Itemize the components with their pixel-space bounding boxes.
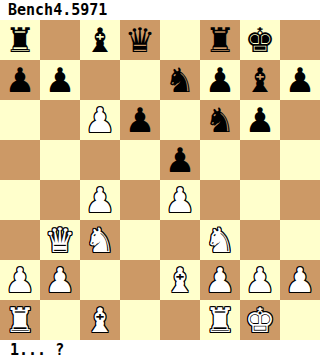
square-h1[interactable] (280, 300, 320, 340)
square-b2[interactable]: ♟ (40, 260, 80, 300)
square-e5[interactable]: ♟ (160, 140, 200, 180)
piece-black-P-e5: ♟ (160, 140, 200, 180)
square-c7[interactable] (80, 60, 120, 100)
piece-black-P-a7: ♟ (0, 60, 40, 100)
square-e1[interactable] (160, 300, 200, 340)
square-b6[interactable] (40, 100, 80, 140)
piece-black-P-g6: ♟ (240, 100, 280, 140)
piece-white-B-e2: ♝ (160, 260, 200, 300)
square-f4[interactable] (200, 180, 240, 220)
piece-black-Q-d8: ♛ (120, 20, 160, 60)
square-c4[interactable]: ♟ (80, 180, 120, 220)
square-a1[interactable]: ♜ (0, 300, 40, 340)
square-g7[interactable]: ♝ (240, 60, 280, 100)
square-e7[interactable]: ♞ (160, 60, 200, 100)
piece-white-Q-b3: ♛ (40, 220, 80, 260)
piece-white-P-a2: ♟ (0, 260, 40, 300)
square-h6[interactable] (280, 100, 320, 140)
square-d2[interactable] (120, 260, 160, 300)
square-f5[interactable] (200, 140, 240, 180)
square-g8[interactable]: ♚ (240, 20, 280, 60)
piece-black-K-g8: ♚ (240, 20, 280, 60)
square-a5[interactable] (0, 140, 40, 180)
piece-white-N-c3: ♞ (80, 220, 120, 260)
square-a3[interactable] (0, 220, 40, 260)
square-b7[interactable]: ♟ (40, 60, 80, 100)
square-c8[interactable]: ♝ (80, 20, 120, 60)
square-a2[interactable]: ♟ (0, 260, 40, 300)
piece-white-P-b2: ♟ (40, 260, 80, 300)
piece-black-N-e7: ♞ (160, 60, 200, 100)
square-f1[interactable]: ♜ (200, 300, 240, 340)
square-c2[interactable] (80, 260, 120, 300)
piece-black-P-h7: ♟ (280, 60, 320, 100)
square-d6[interactable]: ♟ (120, 100, 160, 140)
piece-white-P-c4: ♟ (80, 180, 120, 220)
square-f2[interactable]: ♟ (200, 260, 240, 300)
square-f8[interactable]: ♜ (200, 20, 240, 60)
square-c6[interactable]: ♟ (80, 100, 120, 140)
square-h7[interactable]: ♟ (280, 60, 320, 100)
square-e2[interactable]: ♝ (160, 260, 200, 300)
square-f7[interactable]: ♟ (200, 60, 240, 100)
chess-diagram-window: Bench4.5971 ♜♝♛♜♚♟♟♞♟♝♟♟♟♞♟♟♟♟♛♞♞♟♟♝♟♟♟♜… (0, 0, 320, 360)
piece-white-R-f1: ♜ (200, 300, 240, 340)
square-h3[interactable] (280, 220, 320, 260)
move-prompt: 1... ? (0, 340, 320, 360)
piece-white-P-h2: ♟ (280, 260, 320, 300)
piece-white-R-a1: ♜ (0, 300, 40, 340)
square-h2[interactable]: ♟ (280, 260, 320, 300)
chess-board: ♜♝♛♜♚♟♟♞♟♝♟♟♟♞♟♟♟♟♛♞♞♟♟♝♟♟♟♜♝♜♚ (0, 20, 320, 340)
square-b3[interactable]: ♛ (40, 220, 80, 260)
square-d7[interactable] (120, 60, 160, 100)
square-g6[interactable]: ♟ (240, 100, 280, 140)
piece-black-P-b7: ♟ (40, 60, 80, 100)
piece-white-N-f3: ♞ (200, 220, 240, 260)
piece-white-B-c1: ♝ (80, 300, 120, 340)
square-b4[interactable] (40, 180, 80, 220)
square-d5[interactable] (120, 140, 160, 180)
square-g3[interactable] (240, 220, 280, 260)
piece-black-N-f6: ♞ (200, 100, 240, 140)
square-c1[interactable]: ♝ (80, 300, 120, 340)
square-f3[interactable]: ♞ (200, 220, 240, 260)
piece-white-K-g1: ♚ (240, 300, 280, 340)
piece-white-P-g2: ♟ (240, 260, 280, 300)
square-a4[interactable] (0, 180, 40, 220)
square-d1[interactable] (120, 300, 160, 340)
square-g1[interactable]: ♚ (240, 300, 280, 340)
square-e8[interactable] (160, 20, 200, 60)
square-d3[interactable] (120, 220, 160, 260)
square-e6[interactable] (160, 100, 200, 140)
piece-black-P-d6: ♟ (120, 100, 160, 140)
piece-white-P-e4: ♟ (160, 180, 200, 220)
square-g2[interactable]: ♟ (240, 260, 280, 300)
square-b8[interactable] (40, 20, 80, 60)
square-b5[interactable] (40, 140, 80, 180)
piece-black-P-f7: ♟ (200, 60, 240, 100)
piece-black-R-a8: ♜ (0, 20, 40, 60)
square-a8[interactable]: ♜ (0, 20, 40, 60)
square-g5[interactable] (240, 140, 280, 180)
piece-white-P-c6: ♟ (80, 100, 120, 140)
square-d8[interactable]: ♛ (120, 20, 160, 60)
piece-white-P-f2: ♟ (200, 260, 240, 300)
square-c3[interactable]: ♞ (80, 220, 120, 260)
square-b1[interactable] (40, 300, 80, 340)
square-c5[interactable] (80, 140, 120, 180)
piece-black-B-c8: ♝ (80, 20, 120, 60)
square-h4[interactable] (280, 180, 320, 220)
square-a6[interactable] (0, 100, 40, 140)
square-f6[interactable]: ♞ (200, 100, 240, 140)
piece-black-R-f8: ♜ (200, 20, 240, 60)
square-g4[interactable] (240, 180, 280, 220)
position-title: Bench4.5971 (0, 0, 320, 20)
square-h5[interactable] (280, 140, 320, 180)
square-d4[interactable] (120, 180, 160, 220)
square-e4[interactable]: ♟ (160, 180, 200, 220)
square-h8[interactable] (280, 20, 320, 60)
piece-black-B-g7: ♝ (240, 60, 280, 100)
square-e3[interactable] (160, 220, 200, 260)
square-a7[interactable]: ♟ (0, 60, 40, 100)
